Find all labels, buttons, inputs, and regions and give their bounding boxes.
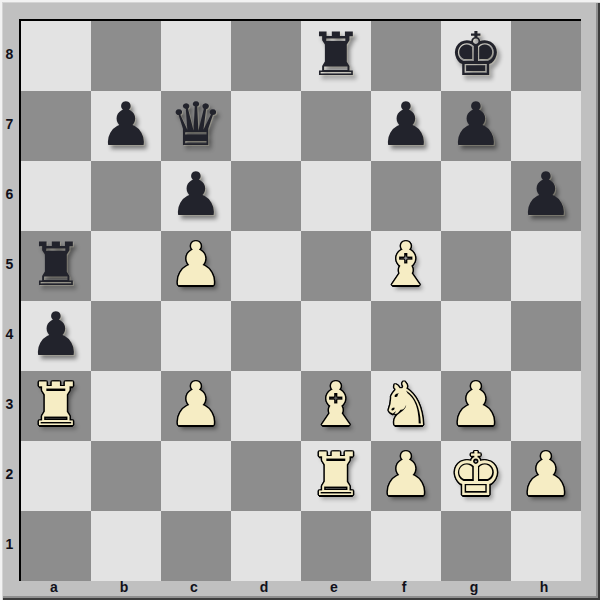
square-c8[interactable] (161, 21, 231, 91)
piece-white-pawn-c5[interactable]: ♟ (161, 231, 231, 301)
rank-label-7: 7 (0, 89, 19, 159)
file-label-a: a (19, 579, 89, 596)
piece-white-pawn-h2[interactable]: ♟ (511, 441, 581, 511)
square-c2[interactable] (161, 441, 231, 511)
file-label-g: g (439, 579, 509, 596)
square-g6[interactable] (441, 161, 511, 231)
piece-white-pawn-c3[interactable]: ♟ (161, 371, 231, 441)
square-h5[interactable] (511, 231, 581, 301)
square-h3[interactable] (511, 371, 581, 441)
square-a1[interactable] (21, 511, 91, 581)
rank-label-1: 1 (0, 509, 19, 579)
piece-black-pawn-g7[interactable]: ♟ (441, 91, 511, 161)
piece-black-rook-e8[interactable]: ♜ (301, 21, 371, 91)
piece-black-queen-c7[interactable]: ♛ (161, 91, 231, 161)
file-label-b: b (89, 579, 159, 596)
piece-white-pawn-g3[interactable]: ♟ (441, 371, 511, 441)
piece-black-pawn-b7[interactable]: ♟ (91, 91, 161, 161)
square-c7[interactable]: ♛ (161, 91, 231, 161)
file-labels: abcdefgh (19, 579, 581, 596)
square-d1[interactable] (231, 511, 301, 581)
piece-black-rook-a5[interactable]: ♜ (21, 231, 91, 301)
piece-black-pawn-c6[interactable]: ♟ (161, 161, 231, 231)
square-d6[interactable] (231, 161, 301, 231)
piece-white-pawn-f2[interactable]: ♟ (371, 441, 441, 511)
piece-white-bishop-e3[interactable]: ♝ (301, 371, 371, 441)
square-e5[interactable] (301, 231, 371, 301)
square-c3[interactable]: ♟ (161, 371, 231, 441)
square-e2[interactable]: ♜ (301, 441, 371, 511)
square-g3[interactable]: ♟ (441, 371, 511, 441)
file-label-c: c (159, 579, 229, 596)
square-c1[interactable] (161, 511, 231, 581)
square-f2[interactable]: ♟ (371, 441, 441, 511)
piece-white-bishop-f5[interactable]: ♝ (371, 231, 441, 301)
square-g4[interactable] (441, 301, 511, 371)
square-c6[interactable]: ♟ (161, 161, 231, 231)
square-f5[interactable]: ♝ (371, 231, 441, 301)
square-b5[interactable] (91, 231, 161, 301)
square-g7[interactable]: ♟ (441, 91, 511, 161)
square-f8[interactable] (371, 21, 441, 91)
rank-label-6: 6 (0, 159, 19, 229)
square-e4[interactable] (301, 301, 371, 371)
piece-white-knight-f3[interactable]: ♞ (371, 371, 441, 441)
square-b8[interactable] (91, 21, 161, 91)
square-b7[interactable]: ♟ (91, 91, 161, 161)
board-frame: 87654321 abcdefgh ♜♚♟♛♟♟♟♟♜♟♝♟♜♟♝♞♟♜♟♚♟ (0, 0, 600, 600)
square-b1[interactable] (91, 511, 161, 581)
square-e8[interactable]: ♜ (301, 21, 371, 91)
square-d8[interactable] (231, 21, 301, 91)
square-a5[interactable]: ♜ (21, 231, 91, 301)
square-d4[interactable] (231, 301, 301, 371)
chess-board: ♜♚♟♛♟♟♟♟♜♟♝♟♜♟♝♞♟♜♟♚♟ (19, 19, 581, 581)
square-a2[interactable] (21, 441, 91, 511)
file-label-e: e (299, 579, 369, 596)
square-g2[interactable]: ♚ (441, 441, 511, 511)
file-label-h: h (509, 579, 579, 596)
piece-black-king-g8[interactable]: ♚ (441, 21, 511, 91)
square-f7[interactable]: ♟ (371, 91, 441, 161)
square-e3[interactable]: ♝ (301, 371, 371, 441)
square-h8[interactable] (511, 21, 581, 91)
square-c5[interactable]: ♟ (161, 231, 231, 301)
square-a3[interactable]: ♜ (21, 371, 91, 441)
square-g8[interactable]: ♚ (441, 21, 511, 91)
square-e6[interactable] (301, 161, 371, 231)
rank-label-5: 5 (0, 229, 19, 299)
square-h1[interactable] (511, 511, 581, 581)
square-h6[interactable]: ♟ (511, 161, 581, 231)
piece-white-rook-e2[interactable]: ♜ (301, 441, 371, 511)
square-b2[interactable] (91, 441, 161, 511)
square-e1[interactable] (301, 511, 371, 581)
square-c4[interactable] (161, 301, 231, 371)
rank-label-8: 8 (0, 19, 19, 89)
piece-black-pawn-a4[interactable]: ♟ (21, 301, 91, 371)
square-a7[interactable] (21, 91, 91, 161)
square-a8[interactable] (21, 21, 91, 91)
square-f3[interactable]: ♞ (371, 371, 441, 441)
piece-white-king-g2[interactable]: ♚ (441, 441, 511, 511)
rank-label-2: 2 (0, 439, 19, 509)
square-e7[interactable] (301, 91, 371, 161)
square-d3[interactable] (231, 371, 301, 441)
square-b3[interactable] (91, 371, 161, 441)
square-g1[interactable] (441, 511, 511, 581)
square-h4[interactable] (511, 301, 581, 371)
square-a6[interactable] (21, 161, 91, 231)
file-label-d: d (229, 579, 299, 596)
piece-black-pawn-h6[interactable]: ♟ (511, 161, 581, 231)
square-a4[interactable]: ♟ (21, 301, 91, 371)
rank-label-4: 4 (0, 299, 19, 369)
rank-labels: 87654321 (0, 19, 19, 581)
file-label-f: f (369, 579, 439, 596)
square-b4[interactable] (91, 301, 161, 371)
square-b6[interactable] (91, 161, 161, 231)
piece-white-rook-a3[interactable]: ♜ (21, 371, 91, 441)
square-h2[interactable]: ♟ (511, 441, 581, 511)
square-f1[interactable] (371, 511, 441, 581)
square-d7[interactable] (231, 91, 301, 161)
square-h7[interactable] (511, 91, 581, 161)
square-d2[interactable] (231, 441, 301, 511)
square-f4[interactable] (371, 301, 441, 371)
square-g5[interactable] (441, 231, 511, 301)
rank-label-3: 3 (0, 369, 19, 439)
piece-black-pawn-f7[interactable]: ♟ (371, 91, 441, 161)
square-d5[interactable] (231, 231, 301, 301)
square-f6[interactable] (371, 161, 441, 231)
